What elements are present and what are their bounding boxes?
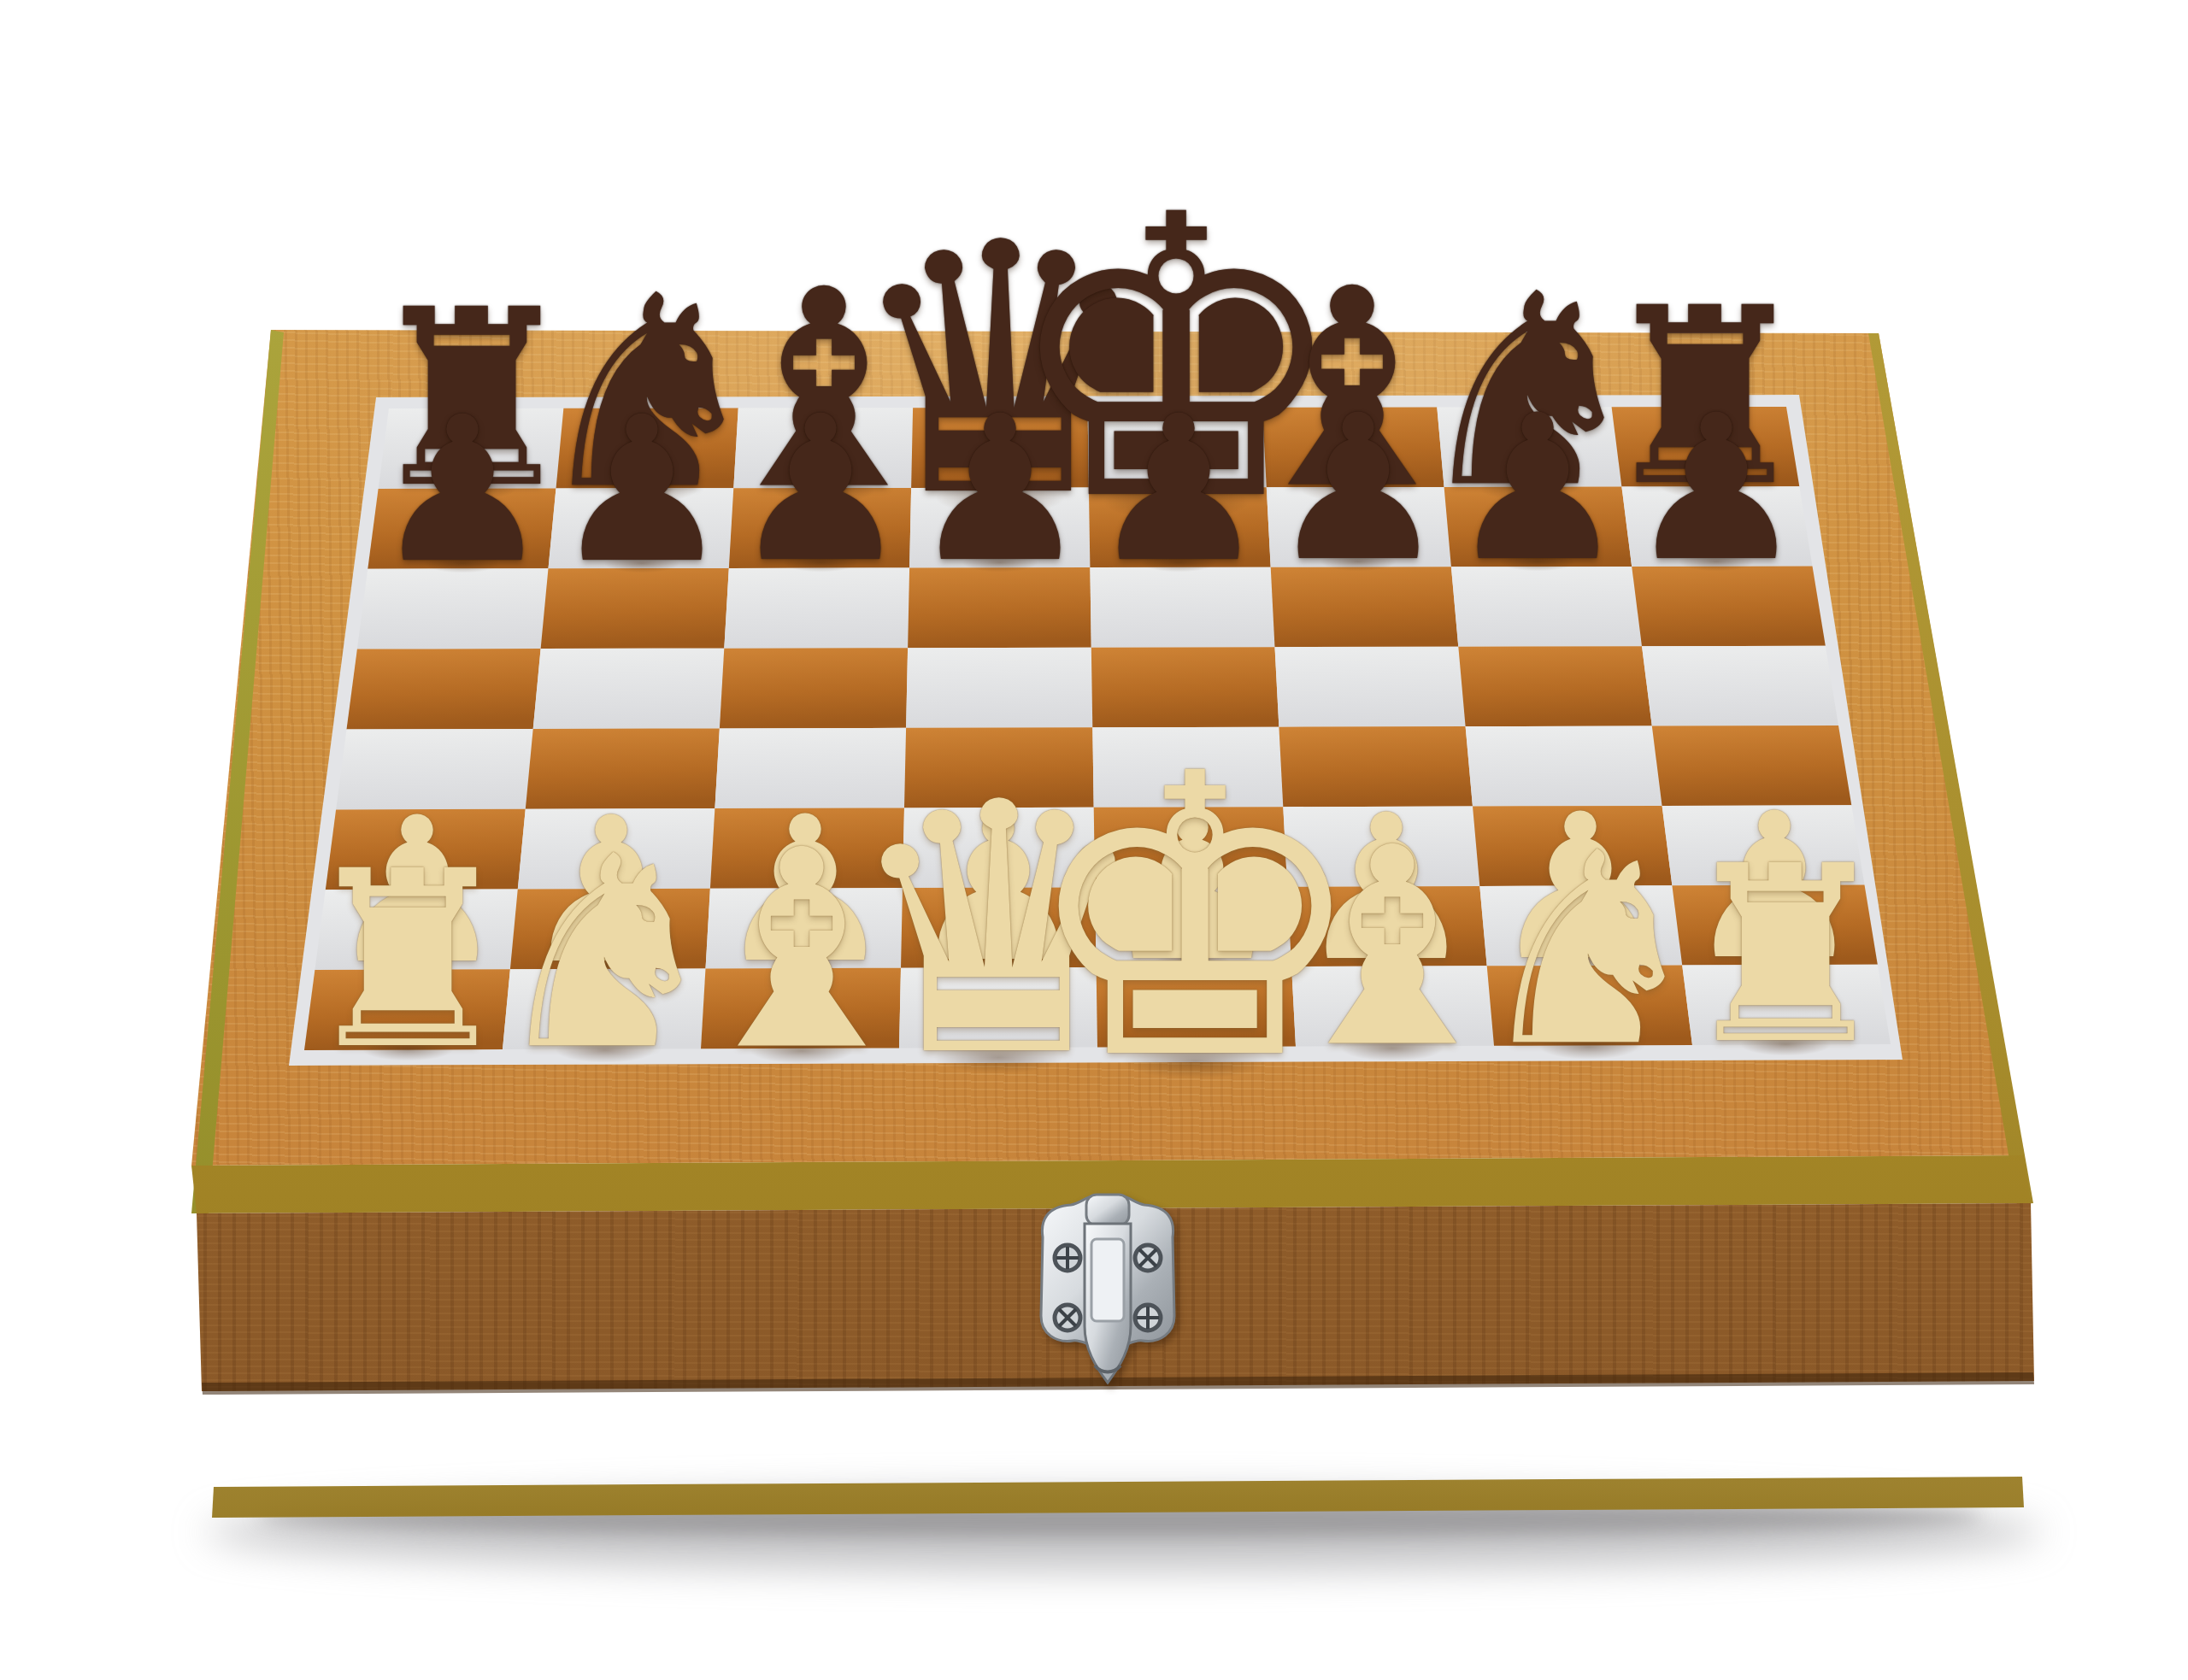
piece-black-pawn-a7[interactable]: ♟ xyxy=(373,412,553,568)
piece-white-rook-h1[interactable]: ♜ xyxy=(1676,861,1895,1050)
square-a5[interactable] xyxy=(347,649,541,729)
square-b5[interactable] xyxy=(533,649,725,729)
chess-piece-glyph: ♟ xyxy=(373,412,553,568)
chess-piece-glyph: ♞ xyxy=(1470,847,1708,1054)
latch[interactable] xyxy=(1028,1190,1187,1400)
chess-piece-glyph: ♟ xyxy=(1089,411,1269,567)
square-h5[interactable] xyxy=(1642,646,1838,726)
chess-piece-glyph: ♟ xyxy=(1626,410,1807,567)
piece-white-knight-g1[interactable]: ♞ xyxy=(1470,847,1708,1054)
piece-black-pawn-d7[interactable]: ♟ xyxy=(910,411,1091,567)
scene: ♜♞♝♛♚♝♞♜♟♟♟♟♟♟♟♟♟♟♟♟♟♟♟♟♜♞♝♛♚♝♞♜ xyxy=(0,0,2188,1680)
chess-piece-glyph: ♟ xyxy=(731,411,911,567)
piece-black-pawn-f7[interactable]: ♟ xyxy=(1268,410,1449,567)
chess-piece-glyph: ♜ xyxy=(1676,861,1895,1050)
piece-black-pawn-e7[interactable]: ♟ xyxy=(1089,411,1269,567)
drawbolt-latch-icon xyxy=(1028,1190,1187,1400)
chess-piece-glyph: ♟ xyxy=(910,411,1091,567)
square-g5[interactable] xyxy=(1458,646,1652,726)
square-c5[interactable] xyxy=(720,648,908,728)
piece-black-pawn-h7[interactable]: ♟ xyxy=(1626,410,1807,567)
chess-piece-glyph: ♜ xyxy=(298,866,517,1055)
chess-piece-glyph: ♟ xyxy=(552,412,732,568)
chess-piece-glyph: ♟ xyxy=(1448,410,1628,567)
piece-white-rook-a1[interactable]: ♜ xyxy=(298,866,517,1055)
piece-black-pawn-g7[interactable]: ♟ xyxy=(1448,410,1628,567)
piece-black-pawn-b7[interactable]: ♟ xyxy=(552,412,732,568)
piece-black-pawn-c7[interactable]: ♟ xyxy=(731,411,911,567)
chess-piece-glyph: ♟ xyxy=(1268,410,1449,567)
